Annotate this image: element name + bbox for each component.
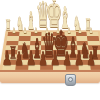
board-square [65, 65, 78, 70]
chess-board [0, 30, 100, 72]
board-square [40, 65, 53, 70]
board-square [53, 65, 66, 70]
board-square [2, 65, 15, 70]
metal-clasp-icon [65, 74, 76, 86]
board-square [78, 65, 91, 70]
chess-set-product-photo: ♜♞♝♛♚♝♞♜♟♟♟♟♟♟♟♟♜♞♝♛♚♝♞♜♟♟♟♟♟♟♟♟ [0, 0, 100, 100]
board-square [15, 65, 28, 70]
white-king-piece: ♚ [46, 0, 62, 33]
board-box-front-edge [0, 70, 100, 83]
board-square [28, 65, 41, 70]
white-queen-piece: ♛ [36, 0, 51, 33]
board-square [90, 65, 100, 70]
white-bishop-piece: ♝ [26, 8, 36, 33]
clasp-ring-icon [68, 77, 73, 82]
white-bishop-piece: ♝ [59, 3, 71, 33]
